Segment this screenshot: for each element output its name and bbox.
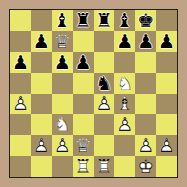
square-a4[interactable]: ♟♙ bbox=[10, 94, 31, 115]
piece-black-bishop-f8[interactable]: ♝ bbox=[114, 10, 135, 31]
piece-black-bishop-c8[interactable]: ♝ bbox=[52, 10, 73, 31]
square-g1[interactable]: ♚♔ bbox=[135, 156, 156, 177]
piece-outline-layer: ♗ bbox=[114, 94, 135, 115]
square-c4[interactable] bbox=[52, 94, 73, 115]
square-h4[interactable] bbox=[156, 94, 177, 115]
piece-white-knight-f5[interactable]: ♞♘ bbox=[114, 73, 135, 94]
square-c3[interactable]: ♞♘ bbox=[52, 114, 73, 135]
square-d1[interactable]: ♜♖ bbox=[73, 156, 94, 177]
square-c7[interactable]: ♛♕ bbox=[52, 31, 73, 52]
board-frame: ♝♜♜♝♚♟♛♕♟♟♟♟♟♟♞♞♘♟♙♟♙♝♗♞♘♟♙♟♙♟♙♛♕♟♙♟♙♜♖♜… bbox=[0, 0, 187, 187]
square-f5[interactable]: ♞♘ bbox=[114, 73, 135, 94]
piece-black-pawn-a6[interactable]: ♟ bbox=[10, 52, 31, 73]
square-c6[interactable]: ♟ bbox=[52, 52, 73, 73]
piece-white-knight-c3[interactable]: ♞♘ bbox=[52, 114, 73, 135]
piece-black-rook-e8[interactable]: ♜ bbox=[94, 10, 115, 31]
square-c2[interactable]: ♟♙ bbox=[52, 135, 73, 156]
piece-outline-layer: ♙ bbox=[135, 135, 156, 156]
square-g4[interactable] bbox=[135, 94, 156, 115]
piece-white-rook-d1[interactable]: ♜♖ bbox=[73, 156, 94, 177]
square-b4[interactable] bbox=[31, 94, 52, 115]
square-h5[interactable] bbox=[156, 73, 177, 94]
piece-outline-layer: ♙ bbox=[94, 94, 115, 115]
square-f7[interactable]: ♟ bbox=[114, 31, 135, 52]
square-a8[interactable] bbox=[10, 10, 31, 31]
piece-outline-layer: ♖ bbox=[94, 156, 115, 177]
square-e3[interactable] bbox=[94, 114, 115, 135]
square-a5[interactable] bbox=[10, 73, 31, 94]
square-h1[interactable] bbox=[156, 156, 177, 177]
square-b5[interactable] bbox=[31, 73, 52, 94]
square-b2[interactable]: ♟♙ bbox=[31, 135, 52, 156]
square-d3[interactable] bbox=[73, 114, 94, 135]
piece-black-rook-d8[interactable]: ♜ bbox=[73, 10, 94, 31]
square-d8[interactable]: ♜ bbox=[73, 10, 94, 31]
square-a3[interactable] bbox=[10, 114, 31, 135]
square-h3[interactable] bbox=[156, 114, 177, 135]
square-g8[interactable]: ♚ bbox=[135, 10, 156, 31]
square-a6[interactable]: ♟ bbox=[10, 52, 31, 73]
square-b6[interactable] bbox=[31, 52, 52, 73]
piece-white-pawn-f3[interactable]: ♟♙ bbox=[114, 114, 135, 135]
square-b3[interactable] bbox=[31, 114, 52, 135]
piece-black-pawn-f7[interactable]: ♟ bbox=[114, 31, 135, 52]
square-h7[interactable]: ♟ bbox=[156, 31, 177, 52]
square-f4[interactable]: ♝♗ bbox=[114, 94, 135, 115]
square-f3[interactable]: ♟♙ bbox=[114, 114, 135, 135]
piece-outline-layer: ♙ bbox=[10, 94, 31, 115]
square-e1[interactable]: ♜♖ bbox=[94, 156, 115, 177]
piece-black-pawn-c6[interactable]: ♟ bbox=[52, 52, 73, 73]
square-a2[interactable] bbox=[10, 135, 31, 156]
piece-black-king-g8[interactable]: ♚ bbox=[135, 10, 156, 31]
piece-black-pawn-h7[interactable]: ♟ bbox=[156, 31, 177, 52]
square-g6[interactable] bbox=[135, 52, 156, 73]
piece-white-queen-d2[interactable]: ♛♕ bbox=[73, 135, 94, 156]
square-d5[interactable] bbox=[73, 73, 94, 94]
piece-outline-layer: ♘ bbox=[52, 114, 73, 135]
piece-black-pawn-d6[interactable]: ♟ bbox=[73, 52, 94, 73]
square-f2[interactable] bbox=[114, 135, 135, 156]
square-e7[interactable] bbox=[94, 31, 115, 52]
square-h2[interactable]: ♟♙ bbox=[156, 135, 177, 156]
square-h6[interactable] bbox=[156, 52, 177, 73]
piece-white-rook-e1[interactable]: ♜♖ bbox=[94, 156, 115, 177]
piece-outline-layer: ♔ bbox=[135, 156, 156, 177]
square-e8[interactable]: ♜ bbox=[94, 10, 115, 31]
square-c1[interactable] bbox=[52, 156, 73, 177]
piece-black-knight-e5[interactable]: ♞ bbox=[94, 73, 115, 94]
square-b1[interactable] bbox=[31, 156, 52, 177]
square-h8[interactable] bbox=[156, 10, 177, 31]
square-f1[interactable] bbox=[114, 156, 135, 177]
square-g3[interactable] bbox=[135, 114, 156, 135]
square-d4[interactable] bbox=[73, 94, 94, 115]
square-c8[interactable]: ♝ bbox=[52, 10, 73, 31]
square-a7[interactable] bbox=[10, 31, 31, 52]
square-e4[interactable]: ♟♙ bbox=[94, 94, 115, 115]
piece-white-pawn-b2[interactable]: ♟♙ bbox=[31, 135, 52, 156]
piece-outline-layer: ♕ bbox=[52, 31, 73, 52]
square-a1[interactable] bbox=[10, 156, 31, 177]
piece-white-pawn-g2[interactable]: ♟♙ bbox=[135, 135, 156, 156]
piece-black-pawn-b7[interactable]: ♟ bbox=[31, 31, 52, 52]
square-e6[interactable] bbox=[94, 52, 115, 73]
square-f6[interactable] bbox=[114, 52, 135, 73]
square-d2[interactable]: ♛♕ bbox=[73, 135, 94, 156]
piece-black-pawn-g7[interactable]: ♟ bbox=[135, 31, 156, 52]
square-g5[interactable] bbox=[135, 73, 156, 94]
piece-outline-layer: ♙ bbox=[31, 135, 52, 156]
piece-outline-layer: ♙ bbox=[156, 135, 177, 156]
piece-white-pawn-e4[interactable]: ♟♙ bbox=[94, 94, 115, 115]
piece-white-pawn-h2[interactable]: ♟♙ bbox=[156, 135, 177, 156]
piece-white-king-g1[interactable]: ♚♔ bbox=[135, 156, 156, 177]
piece-white-queen-c7[interactable]: ♛♕ bbox=[52, 31, 73, 52]
square-b8[interactable] bbox=[31, 10, 52, 31]
piece-outline-layer: ♙ bbox=[52, 135, 73, 156]
piece-white-pawn-a4[interactable]: ♟♙ bbox=[10, 94, 31, 115]
square-g2[interactable]: ♟♙ bbox=[135, 135, 156, 156]
piece-white-pawn-c2[interactable]: ♟♙ bbox=[52, 135, 73, 156]
square-e5[interactable]: ♞ bbox=[94, 73, 115, 94]
square-c5[interactable] bbox=[52, 73, 73, 94]
piece-outline-layer: ♖ bbox=[73, 156, 94, 177]
square-g7[interactable]: ♟ bbox=[135, 31, 156, 52]
piece-outline-layer: ♙ bbox=[114, 114, 135, 135]
piece-white-bishop-f4[interactable]: ♝♗ bbox=[114, 94, 135, 115]
square-e2[interactable] bbox=[94, 135, 115, 156]
chess-board: ♝♜♜♝♚♟♛♕♟♟♟♟♟♟♞♞♘♟♙♟♙♝♗♞♘♟♙♟♙♟♙♛♕♟♙♟♙♜♖♜… bbox=[9, 9, 178, 178]
piece-outline-layer: ♘ bbox=[114, 73, 135, 94]
square-f8[interactable]: ♝ bbox=[114, 10, 135, 31]
square-d7[interactable] bbox=[73, 31, 94, 52]
piece-outline-layer: ♕ bbox=[73, 135, 94, 156]
square-d6[interactable]: ♟ bbox=[73, 52, 94, 73]
square-b7[interactable]: ♟ bbox=[31, 31, 52, 52]
